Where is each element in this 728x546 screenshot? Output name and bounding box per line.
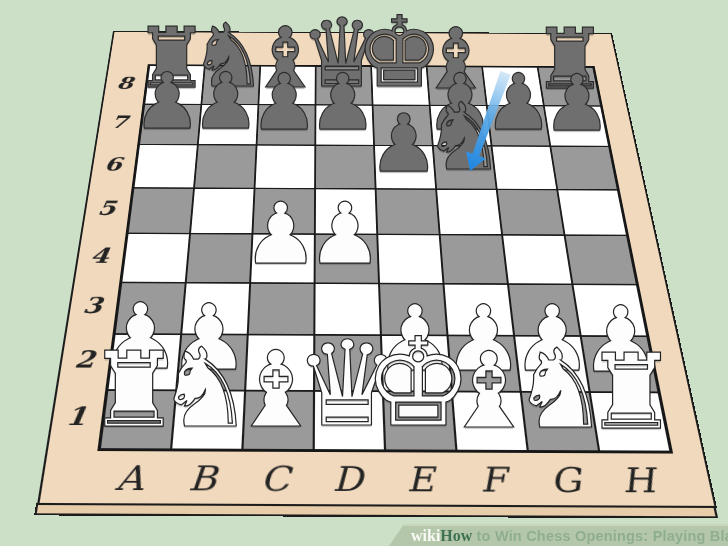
square-c5 [252, 188, 315, 234]
square-d7 [315, 105, 374, 146]
square-h6 [550, 146, 617, 189]
square-c6 [255, 145, 316, 188]
file-label-f: F [454, 453, 532, 508]
file-label-a: A [90, 451, 168, 506]
square-f8 [427, 67, 487, 106]
square-f5 [436, 189, 502, 235]
square-a5 [128, 188, 194, 234]
chess-board-3d: 87654321ABCDEFGH [37, 31, 717, 508]
square-a4 [121, 233, 190, 282]
rank-label-8: 8 [103, 75, 146, 91]
square-f6 [433, 146, 497, 189]
square-c4 [250, 234, 315, 283]
square-a3 [115, 282, 186, 334]
square-b5 [190, 188, 255, 234]
wikihow-brand-wiki: wiki [411, 527, 440, 545]
wikihow-chess-illustration: 87654321ABCDEFGH ♜♞♝♛♚♝♜♟♟♟♟♟♟♟♟♞♟♟♟♟♟♟♟… [0, 0, 728, 546]
rank-label-1: 1 [49, 404, 103, 429]
square-d8 [316, 66, 373, 105]
square-h7 [544, 105, 609, 146]
rank-label-4: 4 [75, 245, 124, 266]
square-g2 [514, 336, 590, 392]
square-g5 [497, 189, 565, 235]
file-label-h: H [597, 453, 679, 508]
square-e5 [376, 189, 440, 235]
square-g8 [482, 67, 544, 106]
square-g1 [521, 391, 599, 451]
square-d1 [314, 390, 385, 450]
square-f7 [430, 105, 492, 146]
square-d4 [315, 234, 379, 283]
square-g3 [508, 284, 581, 336]
square-e4 [377, 234, 443, 283]
rank-label-3: 3 [67, 294, 117, 316]
rank-label-7: 7 [97, 114, 141, 131]
square-a1 [100, 390, 177, 450]
square-a8 [144, 65, 204, 104]
square-b7 [198, 104, 259, 145]
square-f2 [447, 335, 520, 391]
square-h3 [572, 284, 647, 336]
square-a7 [139, 104, 201, 145]
rank-label-2: 2 [59, 347, 111, 371]
rank-label-5: 5 [83, 198, 130, 218]
square-h8 [538, 67, 601, 106]
square-c1 [242, 390, 314, 450]
chess-board-grid [97, 64, 673, 453]
square-a6 [134, 144, 198, 187]
file-label-b: B [164, 451, 240, 506]
caption-title: to Win Chess Openings: Playing Black [472, 528, 728, 544]
wikihow-brand-how: How [440, 527, 472, 545]
square-h5 [557, 189, 627, 235]
square-g4 [502, 235, 572, 284]
square-c7 [257, 104, 316, 145]
square-c8 [258, 66, 315, 105]
square-f1 [452, 391, 528, 451]
square-h4 [565, 235, 637, 284]
wikihow-caption-bar: wikiHow to Win Chess Openings: Playing B… [389, 524, 728, 546]
square-f4 [440, 235, 508, 284]
file-label-d: D [311, 452, 385, 507]
square-d3 [314, 283, 381, 335]
square-e3 [379, 283, 447, 335]
file-label-c: C [238, 452, 312, 507]
square-b1 [171, 390, 245, 450]
square-b3 [181, 282, 250, 334]
file-label-e: E [383, 452, 459, 507]
square-c2 [245, 335, 314, 391]
square-e6 [374, 145, 436, 188]
square-b4 [186, 234, 253, 283]
square-e1 [383, 391, 457, 451]
file-label-g: G [526, 453, 606, 508]
square-c3 [248, 283, 315, 335]
square-b6 [194, 145, 257, 188]
square-b8 [201, 66, 260, 105]
square-g6 [492, 146, 558, 189]
rank-label-6: 6 [90, 155, 136, 173]
square-d6 [315, 145, 376, 188]
square-h2 [581, 336, 659, 392]
square-b2 [176, 334, 247, 390]
square-e7 [373, 105, 433, 146]
square-e2 [381, 335, 452, 391]
square-d2 [314, 335, 383, 391]
square-h1 [590, 392, 671, 452]
square-d5 [315, 188, 377, 234]
square-f3 [443, 283, 514, 335]
square-g7 [487, 105, 551, 146]
square-a2 [107, 334, 181, 390]
square-e8 [371, 66, 429, 105]
